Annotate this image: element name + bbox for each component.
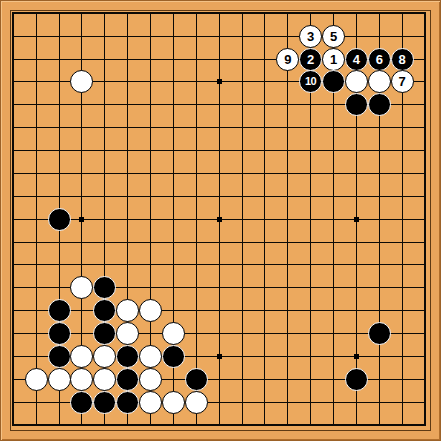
grid-line-h-5 (12, 333, 426, 334)
grid-line-v-12 (264, 12, 265, 426)
stone-black-Q3[interactable] (345, 368, 368, 391)
star-point (217, 79, 222, 84)
stone-number-label: 2 (307, 53, 314, 66)
star-point (354, 217, 359, 222)
stone-black-F2[interactable] (116, 391, 139, 414)
stone-white-H5[interactable] (162, 322, 185, 345)
stone-white-G3[interactable] (139, 368, 162, 391)
stone-number-label: 10 (305, 76, 316, 87)
stone-black-C5[interactable] (48, 322, 71, 345)
stone-number-label: 6 (376, 53, 383, 66)
stone-black-S17[interactable]: 8 (391, 48, 414, 71)
star-point (217, 217, 222, 222)
stone-number-label: 7 (398, 75, 405, 88)
stone-white-G2[interactable] (139, 391, 162, 414)
stone-black-R15[interactable] (368, 93, 391, 116)
stone-number-label: 1 (330, 53, 337, 66)
stone-black-C4[interactable] (48, 345, 71, 368)
star-point (354, 354, 359, 359)
stone-number-label: 9 (284, 53, 291, 66)
grid-line-v-11 (242, 12, 243, 426)
stone-white-P18[interactable]: 5 (322, 25, 345, 48)
stone-number-label: 4 (353, 53, 360, 66)
grid-line-h-6 (12, 310, 426, 311)
stone-black-R17[interactable]: 6 (368, 48, 391, 71)
stone-white-O18[interactable]: 3 (299, 25, 322, 48)
stone-black-F4[interactable] (116, 345, 139, 368)
stone-black-D2[interactable] (70, 391, 93, 414)
stone-white-G4[interactable] (139, 345, 162, 368)
stone-black-R5[interactable] (368, 322, 391, 345)
stone-black-O17[interactable]: 2 (299, 48, 322, 71)
stone-black-C6[interactable] (48, 299, 71, 322)
star-point (79, 217, 84, 222)
stone-white-N17[interactable]: 9 (276, 48, 299, 71)
stone-black-H4[interactable] (162, 345, 185, 368)
stone-white-P17[interactable]: 1 (322, 48, 345, 71)
stone-black-J3[interactable] (185, 368, 208, 391)
grid-line-h-1 (12, 424, 426, 426)
grid-line-h-8 (12, 264, 426, 265)
stone-white-J2[interactable] (185, 391, 208, 414)
stone-black-C10[interactable] (48, 208, 71, 231)
stone-number-label: 8 (398, 53, 405, 66)
grid-line-h-9 (12, 242, 426, 243)
stone-white-H2[interactable] (162, 391, 185, 414)
go-board-frame: 35921468107 (0, 0, 441, 441)
star-point (217, 354, 222, 359)
grid-line-v-13 (287, 12, 288, 426)
stone-black-Q17[interactable]: 4 (345, 48, 368, 71)
stone-white-S16[interactable]: 7 (391, 70, 414, 93)
stone-black-E2[interactable] (93, 391, 116, 414)
grid-line-v-19 (424, 12, 426, 426)
stone-white-C3[interactable] (48, 368, 71, 391)
stone-black-F3[interactable] (116, 368, 139, 391)
stone-number-label: 3 (307, 30, 314, 43)
stone-white-B3[interactable] (25, 368, 48, 391)
stone-number-label: 5 (330, 30, 337, 43)
stone-white-E3[interactable] (93, 368, 116, 391)
